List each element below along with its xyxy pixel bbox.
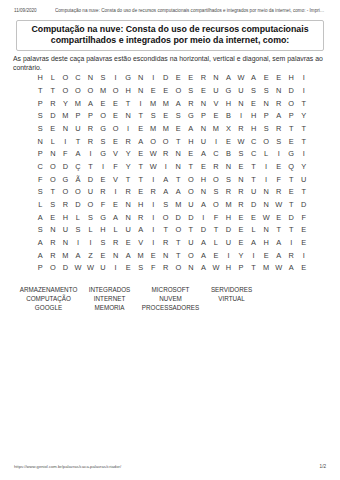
grid-cell: Q (285, 160, 298, 173)
grid-cell: G (97, 147, 110, 160)
word-list-item: INTEGRADOS (79, 285, 140, 294)
word-list-item: SERVIDORES (201, 285, 262, 294)
grid-cell: D (72, 198, 85, 211)
grid-cell: M (72, 97, 85, 110)
grid-cell: E (285, 185, 298, 198)
grid-cell: T (297, 97, 310, 110)
grid-cell: R (84, 122, 97, 135)
grid-cell: I (109, 261, 122, 274)
grid-cell: D (185, 211, 198, 224)
grid-cell: I (147, 211, 160, 224)
puzzle-title-line1: Computação na nuve: Consta do uso de rec… (22, 24, 318, 35)
grid-cell: M (147, 97, 160, 110)
grid-cell: O (172, 223, 185, 236)
grid-cell: U (97, 261, 110, 274)
grid-cell: S (72, 223, 85, 236)
grid-cell: I (297, 249, 310, 262)
grid-cell: T (285, 223, 298, 236)
grid-cell: R (59, 198, 72, 211)
grid-cell: T (172, 236, 185, 249)
puzzle-title-line2: compartilhados e integrados por meio da … (22, 35, 318, 46)
word-list-item: GOOGLE (18, 303, 79, 312)
print-header-doc-title: Computação na nuve: Consta do uso de rec… (55, 8, 330, 13)
grid-cell: F (109, 160, 122, 173)
grid-cell: H (97, 223, 110, 236)
grid-cell: I (147, 223, 160, 236)
grid-cell: S (34, 122, 47, 135)
grid-cell: R (159, 261, 172, 274)
grid-cell: W (235, 72, 248, 85)
grid-cell: T (172, 249, 185, 262)
grid-cell: B (222, 109, 235, 122)
grid-cell: T (185, 223, 198, 236)
word-list-item: ARMAZENAMENTO (18, 285, 79, 294)
grid-cell: I (297, 72, 310, 85)
grid-cell: I (147, 173, 160, 186)
grid-cell: I (72, 236, 85, 249)
grid-cell: Y (297, 160, 310, 173)
grid-cell: O (185, 249, 198, 262)
grid-cell: E (97, 249, 110, 262)
grid-cell: U (210, 84, 223, 97)
grid-cell: H (59, 211, 72, 224)
grid-cell: M (260, 261, 273, 274)
grid-cell: I (159, 160, 172, 173)
grid-cell: G (59, 173, 72, 186)
grid-cell: R (47, 97, 60, 110)
grid-cell: U (185, 236, 198, 249)
grid-cell: U (197, 135, 210, 148)
grid-cell: E (185, 72, 198, 85)
grid-cell: F (272, 173, 285, 186)
grid-cell: G (122, 72, 135, 85)
grid-cell: R (272, 185, 285, 198)
grid-cell: E (109, 198, 122, 211)
grid-cell: E (197, 160, 210, 173)
grid-cell: F (297, 211, 310, 224)
grid-cell: I (285, 236, 298, 249)
grid-cell: N (109, 249, 122, 262)
grid-cell: O (285, 97, 298, 110)
grid-cell: T (247, 160, 260, 173)
grid-cell: Y (122, 147, 135, 160)
grid-cell: I (210, 135, 223, 148)
grid-cell: H (122, 84, 135, 97)
instructions-line1: As palavras deste caça palavras estão es… (13, 54, 331, 63)
grid-cell: N (260, 97, 273, 110)
grid-cell: E (235, 236, 248, 249)
grid-cell: E (134, 122, 147, 135)
grid-cell: A (197, 236, 210, 249)
grid-cell: T (134, 160, 147, 173)
grid-cell: N (122, 109, 135, 122)
grid-cell: P (34, 261, 47, 274)
footer-page-indicator: 1/2 (320, 464, 326, 469)
grid-cell: O (84, 198, 97, 211)
grid-cell: S (260, 122, 273, 135)
grid-cell: U (297, 173, 310, 186)
grid-cell: S (97, 236, 110, 249)
grid-cell: I (97, 160, 110, 173)
grid-cell: M (210, 122, 223, 135)
grid-cell: R (159, 236, 172, 249)
word-list-item: PROCESSADORES (140, 303, 201, 312)
grid-cell: A (185, 122, 198, 135)
grid-cell: Y (297, 109, 310, 122)
grid-cell: N (272, 84, 285, 97)
grid-cell: C (34, 160, 47, 173)
grid-cell: O (72, 84, 85, 97)
grid-cell: A (109, 211, 122, 224)
grid-cell: F (210, 211, 223, 224)
grid-cell: G (97, 211, 110, 224)
grid-cell: D (84, 173, 97, 186)
grid-cell: S (34, 109, 47, 122)
grid-cell: A (159, 173, 172, 186)
grid-cell: N (47, 223, 60, 236)
word-list-item: NUVEM (140, 294, 201, 303)
grid-cell: I (109, 185, 122, 198)
grid-cell: M (172, 198, 185, 211)
grid-cell: O (185, 173, 198, 186)
grid-cell: I (297, 84, 310, 97)
grid-cell: F (34, 173, 47, 186)
grid-cell: W (210, 261, 223, 274)
grid-cell: H (222, 261, 235, 274)
grid-cell: R (210, 160, 223, 173)
grid-cell: A (272, 249, 285, 262)
grid-cell: R (147, 185, 160, 198)
grid-cell: T (285, 173, 298, 186)
grid-cell: S (222, 173, 235, 186)
grid-cell: N (235, 97, 248, 110)
grid-cell: S (247, 84, 260, 97)
grid-cell: S (185, 84, 198, 97)
grid-cell: E (147, 84, 160, 97)
grid-cell: I (297, 147, 310, 160)
grid-cell: O (147, 135, 160, 148)
grid-cell: P (285, 109, 298, 122)
grid-cell: E (235, 211, 248, 224)
grid-cell: E (159, 84, 172, 97)
grid-cell: H (222, 211, 235, 224)
grid-cell: U (122, 223, 135, 236)
grid-cell: H (247, 122, 260, 135)
grid-cell: F (147, 261, 160, 274)
grid-cell: S (34, 223, 47, 236)
grid-cell: T (34, 84, 47, 97)
grid-cell: R (159, 147, 172, 160)
grid-cell: X (222, 122, 235, 135)
grid-cell: T (72, 135, 85, 148)
grid-cell: F (59, 147, 72, 160)
grid-cell: O (47, 160, 60, 173)
grid-cell: T (172, 173, 185, 186)
grid-cell: S (172, 109, 185, 122)
grid-cell: U (185, 198, 198, 211)
grid-cell: N (59, 122, 72, 135)
grid-cell: O (72, 185, 85, 198)
grid-cell: E (172, 72, 185, 85)
grid-cell: D (59, 261, 72, 274)
grid-cell: E (97, 97, 110, 110)
grid-cell: T (122, 97, 135, 110)
grid-cell: O (59, 185, 72, 198)
grid-cell: T (297, 185, 310, 198)
grid-cell: A (34, 236, 47, 249)
grid-cell: O (260, 135, 273, 148)
grid-cell: H (185, 135, 198, 148)
grid-cell: E (260, 249, 273, 262)
grid-cell: R (222, 185, 235, 198)
grid-cell: U (59, 223, 72, 236)
grid-cell: E (109, 109, 122, 122)
grid-cell: D (297, 198, 310, 211)
grid-cell: S (159, 198, 172, 211)
grid-cell: N (172, 147, 185, 160)
grid-cell: H (285, 72, 298, 85)
grid-cell: N (210, 72, 223, 85)
grid-cell: Z (84, 249, 97, 262)
grid-cell: N (197, 185, 210, 198)
grid-cell: R (97, 185, 110, 198)
grid-cell: P (72, 109, 85, 122)
word-list-item: MICROSOFT (140, 285, 201, 294)
grid-cell: C (247, 147, 260, 160)
grid-cell: I (109, 72, 122, 85)
grid-cell: I (147, 198, 160, 211)
grid-cell: A (84, 97, 97, 110)
grid-cell: H (260, 236, 273, 249)
grid-cell: P (84, 109, 97, 122)
grid-cell: D (159, 72, 172, 85)
grid-cell: Ã (72, 173, 85, 186)
grid-cell: A (122, 249, 135, 262)
grid-cell: I (260, 160, 273, 173)
grid-cell: E (172, 122, 185, 135)
grid-cell: I (260, 173, 273, 186)
grid-cell: M (159, 122, 172, 135)
grid-cell: T (185, 160, 198, 173)
grid-cell: T (159, 223, 172, 236)
grid-cell: M (59, 249, 72, 262)
grid-cell: E (297, 261, 310, 274)
grid-cell: M (159, 97, 172, 110)
grid-cell: O (47, 173, 60, 186)
grid-cell: H (134, 198, 147, 211)
grid-cell: S (97, 72, 110, 85)
grid-cell: E (297, 236, 310, 249)
grid-cell: R (272, 122, 285, 135)
grid-cell: A (197, 198, 210, 211)
grid-cell: C (247, 135, 260, 148)
grid-cell: O (47, 261, 60, 274)
grid-cell: G (185, 109, 198, 122)
grid-cell: T (272, 223, 285, 236)
footer-url: https://www.geniol.com.br/palavras/caca-… (14, 464, 121, 469)
grid-cell: O (109, 84, 122, 97)
grid-cell: S (97, 135, 110, 148)
grid-cell: R (122, 185, 135, 198)
grid-cell: E (210, 249, 223, 262)
grid-cell: T (297, 135, 310, 148)
grid-cell: T (247, 261, 260, 274)
grid-cell: D (59, 160, 72, 173)
grid-cell: N (260, 223, 273, 236)
grid-cell: R (235, 122, 248, 135)
grid-cell: E (247, 211, 260, 224)
grid-cell: O (210, 173, 223, 186)
grid-cell: G (285, 147, 298, 160)
grid-cell: S (47, 198, 60, 211)
grid-cell: N (172, 160, 185, 173)
puzzle-instructions: As palavras deste caça palavras estão es… (13, 54, 331, 72)
grid-cell: T (172, 135, 185, 148)
grid-cell: C (72, 72, 85, 85)
grid-cell: E (147, 249, 160, 262)
grid-cell: E (260, 72, 273, 85)
grid-cell: D (285, 84, 298, 97)
grid-cell: D (47, 109, 60, 122)
grid-cell: A (247, 72, 260, 85)
grid-cell: N (222, 160, 235, 173)
grid-cell: R (285, 249, 298, 262)
grid-cell: A (134, 223, 147, 236)
grid-cell: I (235, 109, 248, 122)
grid-cell: T (210, 223, 223, 236)
grid-cell: F (97, 198, 110, 211)
grid-cell: E (122, 236, 135, 249)
grid-cell: E (134, 185, 147, 198)
puzzle-grid: HLOCNSIGNIDEERNAWAEEHITTOOOMOHNEEOSEUGUS… (34, 72, 310, 275)
grid-cell: A (172, 185, 185, 198)
grid-cell: H (222, 97, 235, 110)
grid-cell: V (109, 147, 122, 160)
grid-cell: D (172, 211, 185, 224)
grid-cell: I (134, 97, 147, 110)
grid-cell: D (197, 223, 210, 236)
grid-cell: P (260, 109, 273, 122)
grid-cell: E (272, 211, 285, 224)
grid-cell: O (109, 122, 122, 135)
grid-cell: O (159, 211, 172, 224)
grid-cell: U (247, 185, 260, 198)
grid-cell: S (272, 135, 285, 148)
grid-cell: M (59, 109, 72, 122)
grid-cell: S (134, 261, 147, 274)
grid-cell: R (197, 72, 210, 85)
grid-cell: W (84, 261, 97, 274)
grid-cell: L (72, 211, 85, 224)
grid-cell: Y (59, 97, 72, 110)
grid-cell: O (210, 198, 223, 211)
grid-cell: R (47, 236, 60, 249)
grid-cell: I (84, 236, 97, 249)
grid-cell: N (84, 72, 97, 85)
grid-cell: D (247, 198, 260, 211)
grid-cell: W (72, 261, 85, 274)
grid-cell: T (84, 160, 97, 173)
grid-cell: A (34, 211, 47, 224)
grid-cell: Ç (72, 160, 85, 173)
grid-cell: S (84, 211, 97, 224)
grid-cell: I (59, 135, 72, 148)
grid-cell: N (260, 185, 273, 198)
grid-cell: R (235, 198, 248, 211)
grid-cell: U (222, 236, 235, 249)
grid-cell: P (197, 109, 210, 122)
word-list-item: MEMORIA (79, 303, 140, 312)
grid-cell: A (272, 236, 285, 249)
grid-cell: E (285, 135, 298, 148)
grid-cell: A (197, 147, 210, 160)
grid-cell: D (222, 223, 235, 236)
grid-cell: O (59, 72, 72, 85)
grid-cell: R (47, 249, 60, 262)
grid-cell: A (222, 72, 235, 85)
grid-cell: D (285, 211, 298, 224)
grid-cell: A (72, 147, 85, 160)
grid-cell: A (197, 249, 210, 262)
grid-cell: V (109, 173, 122, 186)
grid-cell: E (134, 147, 147, 160)
grid-cell: L (84, 223, 97, 236)
grid-cell: R (84, 135, 97, 148)
grid-cell: B (222, 147, 235, 160)
grid-cell: L (109, 223, 122, 236)
grid-cell: E (159, 109, 172, 122)
grid-cell: A (197, 261, 210, 274)
grid-cell: L (210, 236, 223, 249)
grid-cell: I (84, 147, 97, 160)
grid-cell: W (235, 135, 248, 148)
grid-cell: T (297, 122, 310, 135)
grid-cell: T (134, 109, 147, 122)
grid-cell: H (34, 72, 47, 85)
grid-cell: W (272, 198, 285, 211)
grid-cell: R (122, 135, 135, 148)
grid-cell: N (122, 211, 135, 224)
grid-cell: T (122, 173, 135, 186)
grid-cell: L (34, 198, 47, 211)
grid-cell: O (172, 84, 185, 97)
grid-cell: W (272, 261, 285, 274)
print-header-date: 11/09/2020 (14, 8, 37, 13)
grid-cell: N (47, 147, 60, 160)
grid-cell: P (235, 261, 248, 274)
grid-cell: H (247, 109, 260, 122)
grid-cell: E (47, 122, 60, 135)
grid-cell: O (59, 84, 72, 97)
grid-cell: N (59, 236, 72, 249)
grid-cell: L (247, 223, 260, 236)
grid-cell: E (235, 160, 248, 173)
grid-cell: R (134, 211, 147, 224)
grid-cell: S (34, 185, 47, 198)
grid-cell: C (210, 147, 223, 160)
grid-cell: N (134, 72, 147, 85)
grid-cell: E (122, 261, 135, 274)
grid-cell: E (247, 97, 260, 110)
grid-cell: U (235, 84, 248, 97)
grid-cell: R (185, 97, 198, 110)
grid-cell: R (272, 97, 285, 110)
puzzle-title-box: Computação na nuve: Consta do uso de rec… (16, 20, 324, 51)
grid-cell: I (222, 249, 235, 262)
grid-cell: O (185, 185, 198, 198)
grid-cell: T (285, 122, 298, 135)
grid-cell: P (34, 147, 47, 160)
